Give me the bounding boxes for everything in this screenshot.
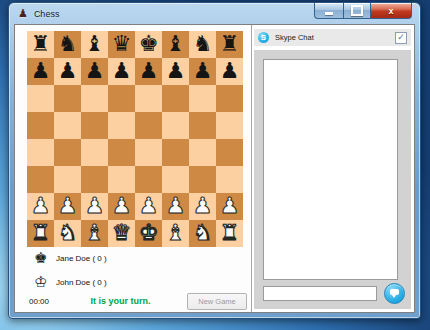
square-b4[interactable] (54, 139, 81, 166)
white-pawn[interactable]: ♟ (81, 193, 108, 219)
square-e3[interactable] (135, 166, 162, 193)
white-bishop[interactable]: ♝ (162, 220, 189, 246)
square-h1[interactable]: ♜ (216, 220, 243, 247)
square-g6[interactable] (189, 85, 216, 112)
black-bishop[interactable]: ♝ (81, 31, 108, 57)
black-pawn[interactable]: ♟ (135, 58, 162, 84)
white-pawn[interactable]: ♟ (108, 193, 135, 219)
chat-bubble-icon (390, 289, 399, 295)
square-c3[interactable] (81, 166, 108, 193)
maximize-icon (351, 5, 363, 16)
square-e4[interactable] (135, 139, 162, 166)
black-king-icon: ♚ (33, 251, 49, 266)
chat-title: Skype Chat (275, 33, 314, 42)
square-e2[interactable]: ♟ (135, 193, 162, 220)
square-f7[interactable]: ♟ (162, 58, 189, 85)
black-pawn[interactable]: ♟ (81, 58, 108, 84)
skype-icon: S (258, 32, 269, 43)
square-a2[interactable]: ♟ (27, 193, 54, 220)
window-title: Chess (34, 9, 60, 19)
close-icon: x (388, 6, 393, 16)
square-h8[interactable]: ♜ (216, 31, 243, 58)
send-chat-button[interactable] (384, 283, 405, 304)
square-d4[interactable] (108, 139, 135, 166)
chat-panel: S Skype Chat ✓ (252, 25, 414, 312)
chat-input[interactable] (263, 286, 377, 301)
square-e1[interactable]: ♚ (135, 220, 162, 247)
chat-message-area[interactable] (263, 59, 398, 280)
square-a4[interactable] (27, 139, 54, 166)
player-name-black: Jane Doe ( 0 ) (56, 254, 107, 263)
square-a3[interactable] (27, 166, 54, 193)
square-f2[interactable]: ♟ (162, 193, 189, 220)
black-pawn[interactable]: ♟ (54, 58, 81, 84)
maximize-button[interactable] (343, 3, 371, 19)
square-a6[interactable] (27, 85, 54, 112)
black-pawn[interactable]: ♟ (27, 58, 54, 84)
square-e5[interactable] (135, 112, 162, 139)
square-d1[interactable]: ♛ (108, 220, 135, 247)
black-pawn[interactable]: ♟ (108, 58, 135, 84)
square-b1[interactable]: ♞ (54, 220, 81, 247)
square-b6[interactable] (54, 85, 81, 112)
square-b5[interactable] (54, 112, 81, 139)
square-g1[interactable]: ♞ (189, 220, 216, 247)
square-e8[interactable]: ♚ (135, 31, 162, 58)
square-f8[interactable]: ♝ (162, 31, 189, 58)
square-c6[interactable] (81, 85, 108, 112)
white-rook[interactable]: ♜ (27, 220, 54, 246)
square-g3[interactable] (189, 166, 216, 193)
square-b3[interactable] (54, 166, 81, 193)
square-b8[interactable]: ♞ (54, 31, 81, 58)
caption-buttons: x (314, 3, 412, 19)
square-f4[interactable] (162, 139, 189, 166)
square-d3[interactable] (108, 166, 135, 193)
player-name-white: John Doe ( 0 ) (56, 278, 107, 287)
black-rook[interactable]: ♜ (27, 31, 54, 57)
close-button[interactable]: x (371, 3, 412, 19)
square-d8[interactable]: ♛ (108, 31, 135, 58)
pawn-app-icon: ♟ (18, 8, 28, 19)
square-c4[interactable] (81, 139, 108, 166)
square-d6[interactable] (108, 85, 135, 112)
square-h4[interactable] (216, 139, 243, 166)
square-g2[interactable]: ♟ (189, 193, 216, 220)
chat-enabled-checkbox[interactable]: ✓ (395, 32, 407, 44)
square-h5[interactable] (216, 112, 243, 139)
black-pawn[interactable]: ♟ (162, 58, 189, 84)
black-pawn[interactable]: ♟ (189, 58, 216, 84)
white-pawn[interactable]: ♟ (189, 193, 216, 219)
black-queen[interactable]: ♛ (108, 31, 135, 57)
white-rook[interactable]: ♜ (216, 220, 243, 246)
square-g5[interactable] (189, 112, 216, 139)
square-h2[interactable]: ♟ (216, 193, 243, 220)
client-area: ♜♞♝♛♚♝♞♜♟♟♟♟♟♟♟♟♟♟♟♟♟♟♟♟♜♞♝♛♚♝♞♜ ♚ Jane … (14, 24, 415, 313)
square-d7[interactable]: ♟ (108, 58, 135, 85)
square-b2[interactable]: ♟ (54, 193, 81, 220)
chess-app-window: ♟ Chess x ♜♞♝♛♚♝♞♜♟♟♟♟♟♟♟♟♟♟♟♟♟♟♟♟♜♞♝♛♚♝… (8, 2, 421, 319)
white-knight[interactable]: ♞ (189, 220, 216, 246)
square-e6[interactable] (135, 85, 162, 112)
chess-board[interactable]: ♜♞♝♛♚♝♞♜♟♟♟♟♟♟♟♟♟♟♟♟♟♟♟♟♜♞♝♛♚♝♞♜ (27, 31, 243, 247)
square-h3[interactable] (216, 166, 243, 193)
square-e7[interactable]: ♟ (135, 58, 162, 85)
square-d2[interactable]: ♟ (108, 193, 135, 220)
minimize-icon (325, 12, 333, 15)
square-g8[interactable]: ♞ (189, 31, 216, 58)
white-pawn[interactable]: ♟ (27, 193, 54, 219)
white-king-icon: ♔ (33, 275, 49, 290)
square-f1[interactable]: ♝ (162, 220, 189, 247)
square-a5[interactable] (27, 112, 54, 139)
square-g7[interactable]: ♟ (189, 58, 216, 85)
square-a8[interactable]: ♜ (27, 31, 54, 58)
minimize-button[interactable] (314, 3, 343, 19)
square-c8[interactable]: ♝ (81, 31, 108, 58)
square-f6[interactable] (162, 85, 189, 112)
square-d5[interactable] (108, 112, 135, 139)
player-row-white: ♔ John Doe ( 0 ) (33, 274, 107, 290)
white-king[interactable]: ♚ (135, 220, 162, 246)
white-pawn[interactable]: ♟ (162, 193, 189, 219)
white-pawn[interactable]: ♟ (54, 193, 81, 219)
square-b7[interactable]: ♟ (54, 58, 81, 85)
square-c2[interactable]: ♟ (81, 193, 108, 220)
black-knight[interactable]: ♞ (54, 31, 81, 57)
square-c5[interactable] (81, 112, 108, 139)
new-game-button[interactable]: New Game (187, 293, 247, 310)
black-knight[interactable]: ♞ (189, 31, 216, 57)
square-a7[interactable]: ♟ (27, 58, 54, 85)
square-f5[interactable] (162, 112, 189, 139)
chat-header: S Skype Chat ✓ (254, 29, 411, 46)
white-knight[interactable]: ♞ (54, 220, 81, 246)
black-king[interactable]: ♚ (135, 31, 162, 57)
square-f3[interactable] (162, 166, 189, 193)
square-h6[interactable] (216, 85, 243, 112)
black-pawn[interactable]: ♟ (216, 58, 243, 84)
game-panel: ♜♞♝♛♚♝♞♜♟♟♟♟♟♟♟♟♟♟♟♟♟♟♟♟♜♞♝♛♚♝♞♜ ♚ Jane … (15, 25, 252, 312)
square-a1[interactable]: ♜ (27, 220, 54, 247)
chat-body (254, 50, 411, 309)
white-pawn[interactable]: ♟ (216, 193, 243, 219)
black-bishop[interactable]: ♝ (162, 31, 189, 57)
white-queen[interactable]: ♛ (108, 220, 135, 246)
black-rook[interactable]: ♜ (216, 31, 243, 57)
white-bishop[interactable]: ♝ (81, 220, 108, 246)
square-c1[interactable]: ♝ (81, 220, 108, 247)
white-pawn[interactable]: ♟ (135, 193, 162, 219)
square-c7[interactable]: ♟ (81, 58, 108, 85)
player-row-black: ♚ Jane Doe ( 0 ) (33, 250, 107, 266)
square-h7[interactable]: ♟ (216, 58, 243, 85)
square-g4[interactable] (189, 139, 216, 166)
